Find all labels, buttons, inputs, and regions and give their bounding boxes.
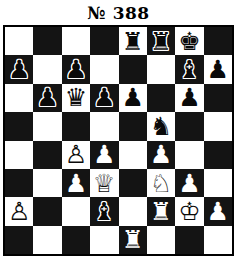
square-g8: ♚ <box>175 27 203 55</box>
square-h1 <box>204 226 232 254</box>
chess-board: ♜♜♚♟♟♝♟♟♛♟♟♟♞♙♟♟♟♕♘♟♙♝♜♔♟♜ <box>3 25 234 256</box>
black-pawn-icon: ♟ <box>36 85 58 110</box>
square-a5 <box>5 112 33 140</box>
white-pawn-icon: ♟ <box>150 142 172 167</box>
diagram-title: № 388 <box>0 0 237 25</box>
black-pawn-icon: ♟ <box>178 85 200 110</box>
black-bishop-icon: ♝ <box>93 199 115 224</box>
black-rook-icon: ♜ <box>121 29 143 54</box>
square-d3: ♕ <box>90 169 118 197</box>
square-a6 <box>5 84 33 112</box>
square-c2 <box>62 197 90 225</box>
square-h3 <box>204 169 232 197</box>
square-g2: ♔ <box>175 197 203 225</box>
square-h8 <box>204 27 232 55</box>
square-e7 <box>119 55 147 83</box>
square-a7: ♟ <box>5 55 33 83</box>
square-b2 <box>33 197 61 225</box>
square-a2: ♙ <box>5 197 33 225</box>
square-g1 <box>175 226 203 254</box>
white-queen-icon: ♕ <box>93 171 115 196</box>
square-e1: ♜ <box>119 226 147 254</box>
black-pawn-icon: ♟ <box>207 57 229 82</box>
square-a4 <box>5 141 33 169</box>
black-knight-icon: ♞ <box>150 114 172 139</box>
black-pawn-icon: ♟ <box>8 57 30 82</box>
black-bishop-icon: ♝ <box>178 57 200 82</box>
square-g7: ♝ <box>175 55 203 83</box>
square-c6: ♛ <box>62 84 90 112</box>
square-e2 <box>119 197 147 225</box>
square-b8 <box>33 27 61 55</box>
square-c8 <box>62 27 90 55</box>
square-h2: ♟ <box>204 197 232 225</box>
square-d6: ♟ <box>90 84 118 112</box>
square-h5 <box>204 112 232 140</box>
square-h7: ♟ <box>204 55 232 83</box>
white-rook-icon: ♜ <box>150 199 172 224</box>
square-e4 <box>119 141 147 169</box>
square-f6 <box>147 84 175 112</box>
white-pawn-icon: ♟ <box>207 199 229 224</box>
square-d2: ♝ <box>90 197 118 225</box>
square-d8 <box>90 27 118 55</box>
square-c7: ♟ <box>62 55 90 83</box>
square-e5 <box>119 112 147 140</box>
square-e8: ♜ <box>119 27 147 55</box>
square-b5 <box>33 112 61 140</box>
black-pawn-icon: ♟ <box>93 85 115 110</box>
square-c3: ♟ <box>62 169 90 197</box>
white-pawn-icon: ♙ <box>8 199 30 224</box>
square-f1 <box>147 226 175 254</box>
square-b4 <box>33 141 61 169</box>
square-d1 <box>90 226 118 254</box>
square-f3: ♘ <box>147 169 175 197</box>
square-f5: ♞ <box>147 112 175 140</box>
square-f7 <box>147 55 175 83</box>
black-pawn-icon: ♟ <box>121 85 143 110</box>
square-b7 <box>33 55 61 83</box>
white-king-icon: ♔ <box>178 199 200 224</box>
square-d4: ♟ <box>90 141 118 169</box>
black-king-icon: ♚ <box>178 29 200 54</box>
white-knight-icon: ♘ <box>150 171 172 196</box>
black-pawn-icon: ♟ <box>65 57 87 82</box>
square-g5 <box>175 112 203 140</box>
square-c4: ♙ <box>62 141 90 169</box>
white-pawn-icon: ♙ <box>65 142 87 167</box>
square-b3 <box>33 169 61 197</box>
square-d7 <box>90 55 118 83</box>
square-c1 <box>62 226 90 254</box>
square-f2: ♜ <box>147 197 175 225</box>
square-h4 <box>204 141 232 169</box>
square-f8: ♜ <box>147 27 175 55</box>
square-a1 <box>5 226 33 254</box>
black-queen-icon: ♛ <box>65 85 87 110</box>
square-e3 <box>119 169 147 197</box>
square-c5 <box>62 112 90 140</box>
white-pawn-icon: ♟ <box>178 171 200 196</box>
square-e6: ♟ <box>119 84 147 112</box>
square-d5 <box>90 112 118 140</box>
square-a3 <box>5 169 33 197</box>
square-b6: ♟ <box>33 84 61 112</box>
black-rook-icon: ♜ <box>150 29 172 54</box>
square-f4: ♟ <box>147 141 175 169</box>
square-g6: ♟ <box>175 84 203 112</box>
square-g4 <box>175 141 203 169</box>
square-a8 <box>5 27 33 55</box>
square-g3: ♟ <box>175 169 203 197</box>
square-h6 <box>204 84 232 112</box>
white-pawn-icon: ♟ <box>93 142 115 167</box>
white-pawn-icon: ♟ <box>65 171 87 196</box>
square-b1 <box>33 226 61 254</box>
white-rook-icon: ♜ <box>121 227 143 252</box>
